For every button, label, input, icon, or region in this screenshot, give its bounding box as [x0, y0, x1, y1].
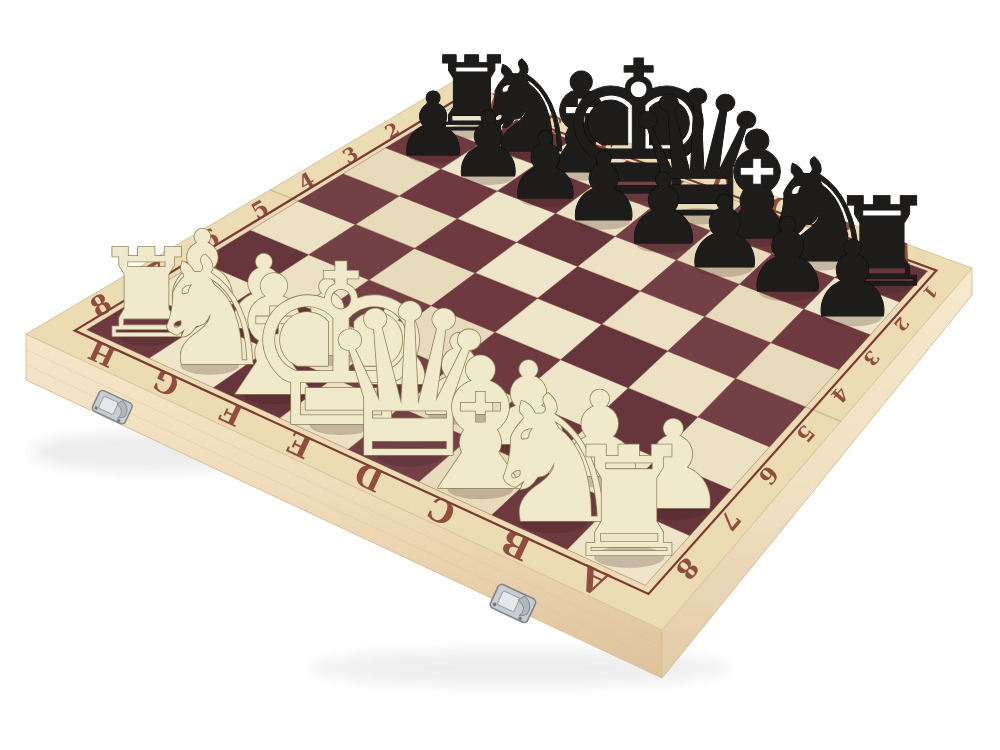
piece-white-rook-a8[interactable]: ♜: [561, 414, 697, 591]
piece-black-pawn-a2[interactable]: ♟: [805, 218, 899, 341]
product-photo: HHGGFFEEDDCCBBAA8877665544332211 ♜♞♟♝♟♚♟…: [0, 0, 1000, 750]
chess-board-photo: HHGGFFEEDDCCBBAA8877665544332211 ♜♞♟♝♟♚♟…: [0, 0, 1000, 750]
